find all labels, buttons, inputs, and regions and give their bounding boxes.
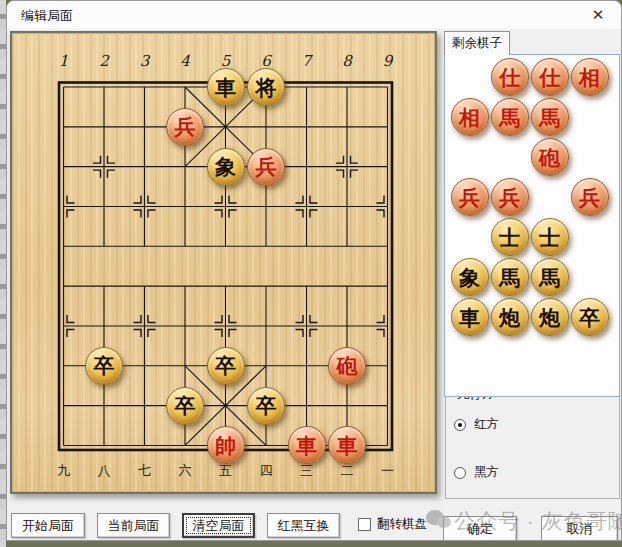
flip-board-checkbox[interactable] <box>358 518 371 531</box>
tray-piece[interactable]: 兵 <box>571 178 609 216</box>
board-piece[interactable]: 将 <box>247 68 285 106</box>
remaining-pieces-tab: 剩余棋子 <box>444 31 510 55</box>
flip-board-label: 翻转棋盘 <box>377 516 427 533</box>
swap-red-black-button[interactable]: 红黑互换 <box>267 513 340 538</box>
tray-piece[interactable]: 馬 <box>491 258 529 296</box>
xiangqi-board[interactable]: 123456789 九八七六五四三二一 車将兵象兵卒卒砲卒卒帥車車 <box>10 31 437 494</box>
tray-piece[interactable]: 相 <box>451 98 489 136</box>
start-position-button[interactable]: 开始局面 <box>11 513 85 538</box>
tray-piece[interactable]: 仕 <box>531 58 569 96</box>
radio-black-icon[interactable] <box>454 467 466 479</box>
title-bar[interactable]: 编辑局面 ✕ <box>7 1 621 29</box>
edit-position-dialog: 编辑局面 ✕ 123456789 九八七六五四三二一 車将兵象兵卒卒砲卒卒帥車車… <box>6 0 622 541</box>
board-piece[interactable]: 帥 <box>207 426 245 464</box>
tray-piece[interactable]: 相 <box>571 58 609 96</box>
board-piece[interactable]: 兵 <box>247 148 285 186</box>
tray-piece[interactable]: 兵 <box>491 178 529 216</box>
board-piece[interactable]: 車 <box>207 68 245 106</box>
tray-piece[interactable]: 仕 <box>491 58 529 96</box>
tray-piece[interactable]: 象 <box>451 258 489 296</box>
tray-piece[interactable]: 士 <box>491 218 529 256</box>
tray-piece[interactable]: 炮 <box>531 298 569 336</box>
tray-piece[interactable]: 馬 <box>491 98 529 136</box>
radio-black-side[interactable]: 黑方 <box>454 464 499 481</box>
flip-board-checkbox-row[interactable]: 翻转棋盘 <box>358 516 427 533</box>
tray-piece[interactable]: 炮 <box>491 298 529 336</box>
tray-piece[interactable]: 車 <box>451 298 489 336</box>
radio-red-icon[interactable] <box>454 419 466 431</box>
window-title: 编辑局面 <box>21 7 73 25</box>
tray-piece[interactable]: 卒 <box>571 298 609 336</box>
radio-red-side[interactable]: 红方 <box>454 416 499 433</box>
board-piece[interactable]: 兵 <box>166 108 204 146</box>
board-pieces-layer: 車将兵象兵卒卒砲卒卒帥車車 <box>43 67 408 465</box>
ok-button[interactable]: 确定 <box>443 516 517 541</box>
remaining-pieces-panel[interactable]: 仕仕相相馬馬砲兵兵兵士士象馬馬車炮炮卒 <box>444 54 620 397</box>
remaining-pieces-grid: 仕仕相相馬馬砲兵兵兵士士象馬馬車炮炮卒 <box>450 57 610 337</box>
tray-piece[interactable]: 士 <box>531 218 569 256</box>
board-piece[interactable]: 卒 <box>247 387 285 425</box>
board-piece[interactable]: 象 <box>207 148 245 186</box>
first-move-groupbox: 先行方 红方 黑方 <box>445 393 620 499</box>
board-piece[interactable]: 車 <box>288 426 326 464</box>
board-piece[interactable]: 卒 <box>166 387 204 425</box>
close-icon[interactable]: ✕ <box>583 4 613 26</box>
tray-piece[interactable]: 兵 <box>451 178 489 216</box>
radio-black-label: 黑方 <box>474 464 499 481</box>
clear-position-button[interactable]: 清空局面 <box>182 513 255 538</box>
tray-piece[interactable]: 馬 <box>531 98 569 136</box>
cancel-button[interactable]: 取消 <box>541 516 618 541</box>
board-piece[interactable]: 卒 <box>207 347 245 385</box>
board-piece[interactable]: 卒 <box>85 347 123 385</box>
radio-red-label: 红方 <box>474 416 499 433</box>
board-piece[interactable]: 車 <box>328 426 366 464</box>
current-position-button[interactable]: 当前局面 <box>97 513 170 538</box>
tray-piece[interactable]: 砲 <box>531 138 569 176</box>
board-piece[interactable]: 砲 <box>328 347 366 385</box>
tray-piece[interactable]: 馬 <box>531 258 569 296</box>
